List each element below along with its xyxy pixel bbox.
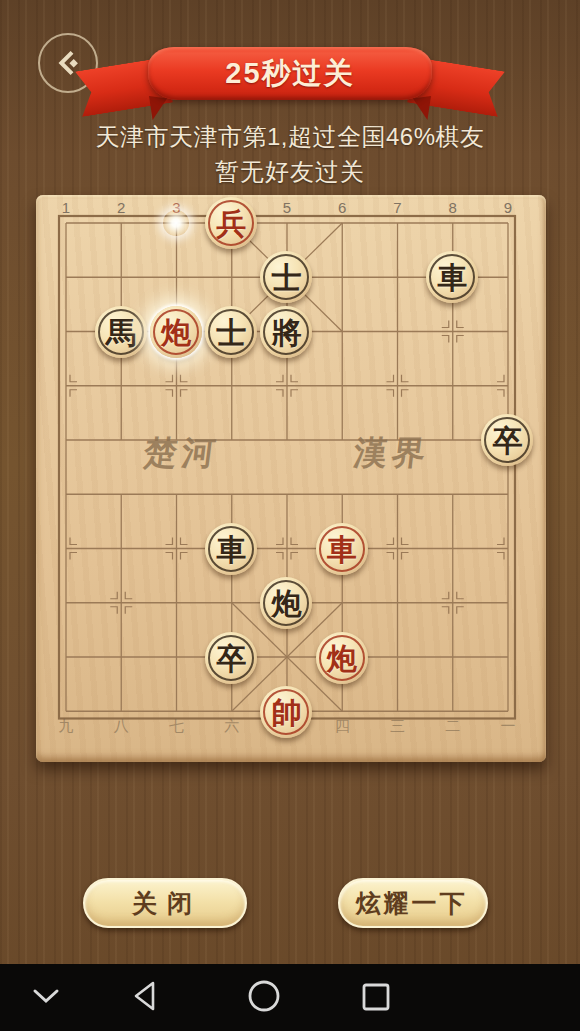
piece-grid: 兵士車馬炮士將卒車車炮卒炮帥 [38, 196, 535, 739]
piece-character: 卒 [216, 644, 246, 674]
piece-character: 馬 [106, 318, 136, 348]
piece[interactable]: 車 [205, 523, 257, 575]
show-off-button[interactable]: 炫耀一下 [338, 878, 488, 928]
last-move-marker [163, 210, 189, 236]
ribbon-fold-left [149, 96, 167, 120]
piece[interactable]: 車 [426, 251, 478, 303]
rank-text: 天津市天津市第1,超过全国46%棋友 [0, 121, 580, 153]
piece-character: 兵 [216, 209, 246, 239]
ribbon-banner: 25秒过关 [148, 47, 432, 100]
piece-character: 車 [216, 535, 246, 565]
piece[interactable]: 兵 [205, 197, 257, 249]
piece[interactable]: 士 [205, 306, 257, 358]
nav-recents-square-icon[interactable] [361, 982, 391, 1012]
piece-character: 炮 [161, 318, 191, 348]
android-nav-bar [0, 964, 580, 1031]
ribbon-fold-right [413, 96, 431, 120]
piece-character: 炮 [271, 589, 301, 619]
piece[interactable]: 炮 [150, 306, 202, 358]
hide-navbar-chevron-down-icon[interactable] [31, 988, 61, 1004]
piece-character: 將 [271, 318, 301, 348]
piece[interactable]: 車 [316, 523, 368, 575]
friends-status-text: 暂无好友过关 [0, 156, 580, 188]
piece[interactable]: 帥 [260, 686, 312, 738]
piece[interactable]: 馬 [95, 306, 147, 358]
nav-back-triangle-icon[interactable] [129, 980, 159, 1012]
piece[interactable]: 將 [260, 306, 312, 358]
piece-character: 車 [437, 263, 467, 293]
piece-character: 士 [271, 263, 301, 293]
nav-home-circle-icon[interactable] [247, 979, 281, 1013]
ribbon-title: 25秒过关 [225, 54, 354, 94]
piece[interactable]: 炮 [260, 577, 312, 629]
piece-character: 炮 [327, 644, 357, 674]
piece[interactable]: 士 [260, 251, 312, 303]
piece-character: 士 [216, 318, 246, 348]
piece-character: 帥 [271, 698, 301, 728]
piece-character: 卒 [492, 426, 522, 456]
piece-character: 車 [327, 535, 357, 565]
app-screen: 25秒过关 天津市天津市第1,超过全国46%棋友 暂无好友过关 12345678… [0, 0, 580, 1031]
piece[interactable]: 卒 [205, 632, 257, 684]
piece[interactable]: 炮 [316, 632, 368, 684]
piece[interactable]: 卒 [481, 414, 533, 466]
close-button[interactable]: 关闭 [83, 878, 247, 928]
